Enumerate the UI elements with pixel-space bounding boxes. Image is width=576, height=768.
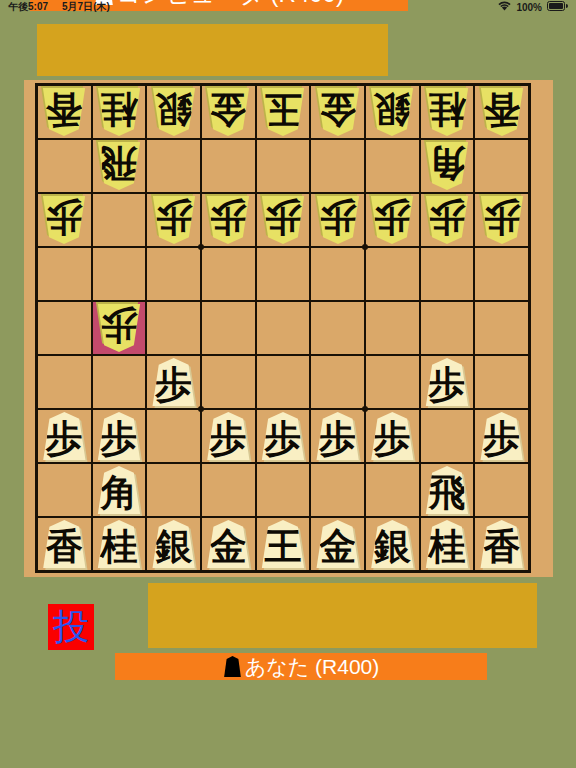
- board-cell-1a[interactable]: 香: [474, 85, 529, 139]
- board-cell-1e[interactable]: [474, 301, 529, 355]
- shogi-piece-sente[interactable]: 桂: [95, 520, 143, 568]
- board-cell-3i[interactable]: 銀: [365, 517, 420, 571]
- board-cell-2f[interactable]: 歩: [420, 355, 475, 409]
- shogi-piece-gote[interactable]: 歩: [150, 196, 198, 244]
- shogi-piece-sente[interactable]: 香: [40, 520, 88, 568]
- board-cell-8i[interactable]: 桂: [92, 517, 147, 571]
- shogi-piece-gote[interactable]: 桂: [423, 88, 471, 136]
- status-time-date: 午後5:075月7日(木): [8, 0, 124, 14]
- board-cell-2d[interactable]: [420, 247, 475, 301]
- shogi-piece-gote[interactable]: 飛: [95, 142, 143, 190]
- board-cell-7i[interactable]: 銀: [146, 517, 201, 571]
- status-time: 午後5:07: [8, 1, 48, 12]
- board-cell-3g[interactable]: 歩: [365, 409, 420, 463]
- shogi-piece-sente[interactable]: 金: [204, 520, 252, 568]
- board-cell-8f[interactable]: [92, 355, 147, 409]
- board-cell-5d[interactable]: [256, 247, 311, 301]
- board-cell-2b[interactable]: 角: [420, 139, 475, 193]
- shogi-piece-gote[interactable]: 香: [40, 88, 88, 136]
- shogi-piece-gote[interactable]: 銀: [150, 88, 198, 136]
- shogi-piece-sente[interactable]: 王: [259, 520, 307, 568]
- board-cell-4i[interactable]: 金: [310, 517, 365, 571]
- board-cell-8c[interactable]: [92, 193, 147, 247]
- shogi-piece-sente[interactable]: 銀: [368, 520, 416, 568]
- board-cell-9f[interactable]: [37, 355, 92, 409]
- board-cell-2g[interactable]: [420, 409, 475, 463]
- shogi-piece-gote[interactable]: 歩: [95, 304, 143, 352]
- board-cell-8h[interactable]: 角: [92, 463, 147, 517]
- board-cell-6g[interactable]: 歩: [201, 409, 256, 463]
- board-cell-6b[interactable]: [201, 139, 256, 193]
- shogi-piece-gote[interactable]: 桂: [95, 88, 143, 136]
- player-banner-label: あなた (R400): [245, 653, 380, 681]
- board-cell-5e[interactable]: [256, 301, 311, 355]
- shogi-board: 香桂銀金玉金銀桂香飛角歩歩歩歩歩歩歩歩歩歩歩歩歩歩歩歩歩歩角飛香桂銀金王金銀桂香: [24, 80, 553, 577]
- shogi-piece-gote[interactable]: 玉: [259, 88, 307, 136]
- board-cell-9e[interactable]: [37, 301, 92, 355]
- board-cell-3f[interactable]: [365, 355, 420, 409]
- shogi-piece-gote[interactable]: 歩: [204, 196, 252, 244]
- board-cell-3e[interactable]: [365, 301, 420, 355]
- board-cell-9b[interactable]: [37, 139, 92, 193]
- board-cell-9g[interactable]: 歩: [37, 409, 92, 463]
- board-cell-5h[interactable]: [256, 463, 311, 517]
- wifi-icon: [498, 1, 511, 13]
- shogi-piece-gote[interactable]: 角: [423, 142, 471, 190]
- shogi-piece-sente[interactable]: 飛: [423, 466, 471, 514]
- board-cell-1f[interactable]: [474, 355, 529, 409]
- player-captured-tray: [148, 583, 537, 648]
- shogi-piece-gote[interactable]: 歩: [423, 196, 471, 244]
- board-cell-7b[interactable]: [146, 139, 201, 193]
- shogi-piece-gote[interactable]: 金: [204, 88, 252, 136]
- board-cell-9a[interactable]: 香: [37, 85, 92, 139]
- board-cell-4f[interactable]: [310, 355, 365, 409]
- board-cell-9h[interactable]: [37, 463, 92, 517]
- board-cell-4g[interactable]: 歩: [310, 409, 365, 463]
- board-cell-2h[interactable]: 飛: [420, 463, 475, 517]
- shogi-piece-sente[interactable]: 角: [95, 466, 143, 514]
- shogi-piece-gote[interactable]: 香: [478, 88, 526, 136]
- shogi-piece-sente[interactable]: 歩: [204, 412, 252, 460]
- board-cell-6d[interactable]: [201, 247, 256, 301]
- shogi-piece-sente[interactable]: 歩: [259, 412, 307, 460]
- shogi-piece-gote[interactable]: 歩: [478, 196, 526, 244]
- board-cell-7e[interactable]: [146, 301, 201, 355]
- board-cell-5a[interactable]: 玉: [256, 85, 311, 139]
- board-cell-8g[interactable]: 歩: [92, 409, 147, 463]
- shogi-piece-gote[interactable]: 歩: [314, 196, 362, 244]
- board-cell-1h[interactable]: [474, 463, 529, 517]
- board-cell-7f[interactable]: 歩: [146, 355, 201, 409]
- opponent-captured-tray: [37, 24, 388, 76]
- board-cell-5i[interactable]: 王: [256, 517, 311, 571]
- board-cell-2c[interactable]: 歩: [420, 193, 475, 247]
- board-cell-3h[interactable]: [365, 463, 420, 517]
- board-cell-6e[interactable]: [201, 301, 256, 355]
- status-date: 5月7日(木): [62, 1, 110, 12]
- board-cell-4a[interactable]: 金: [310, 85, 365, 139]
- board-cell-7h[interactable]: [146, 463, 201, 517]
- shogi-piece-gote[interactable]: 歩: [40, 196, 88, 244]
- board-cell-4e[interactable]: [310, 301, 365, 355]
- board-cell-6h[interactable]: [201, 463, 256, 517]
- shogi-piece-sente[interactable]: 銀: [150, 520, 198, 568]
- battery-percent: 100%: [516, 2, 542, 13]
- board-cell-2i[interactable]: 桂: [420, 517, 475, 571]
- shogi-piece-sente[interactable]: 歩: [95, 412, 143, 460]
- board-cell-2a[interactable]: 桂: [420, 85, 475, 139]
- board-cell-1i[interactable]: 香: [474, 517, 529, 571]
- board-cell-1c[interactable]: 歩: [474, 193, 529, 247]
- board-cell-1d[interactable]: [474, 247, 529, 301]
- shogi-piece-sente[interactable]: 香: [478, 520, 526, 568]
- board-cell-6a[interactable]: 金: [201, 85, 256, 139]
- board-cell-7c[interactable]: 歩: [146, 193, 201, 247]
- board-cell-3a[interactable]: 銀: [365, 85, 420, 139]
- board-cell-9c[interactable]: 歩: [37, 193, 92, 247]
- board-cell-3b[interactable]: [365, 139, 420, 193]
- board-cell-8e[interactable]: 歩: [92, 301, 147, 355]
- board-cell-3d[interactable]: [365, 247, 420, 301]
- shogi-piece-sente[interactable]: 金: [314, 520, 362, 568]
- shogi-piece-sente[interactable]: 歩: [423, 358, 471, 406]
- shogi-piece-sente[interactable]: 歩: [40, 412, 88, 460]
- board-cell-5c[interactable]: 歩: [256, 193, 311, 247]
- board-cell-9i[interactable]: 香: [37, 517, 92, 571]
- board-cell-7g[interactable]: [146, 409, 201, 463]
- shogi-piece-icon: [223, 656, 242, 677]
- board-cell-7d[interactable]: [146, 247, 201, 301]
- board-cell-6i[interactable]: 金: [201, 517, 256, 571]
- shogi-piece-gote[interactable]: 金: [314, 88, 362, 136]
- shogi-piece-sente[interactable]: 歩: [314, 412, 362, 460]
- battery-icon: [547, 1, 568, 13]
- board-cell-2e[interactable]: [420, 301, 475, 355]
- board-cell-8a[interactable]: 桂: [92, 85, 147, 139]
- shogi-piece-gote[interactable]: 歩: [259, 196, 307, 244]
- board-cell-4h[interactable]: [310, 463, 365, 517]
- board-cell-6c[interactable]: 歩: [201, 193, 256, 247]
- board-cell-9d[interactable]: [37, 247, 92, 301]
- resign-button[interactable]: 投: [48, 604, 94, 650]
- board-cell-8d[interactable]: [92, 247, 147, 301]
- board-cell-4c[interactable]: 歩: [310, 193, 365, 247]
- player-banner: あなた (R400): [115, 653, 487, 680]
- shogi-piece-sente[interactable]: 歩: [478, 412, 526, 460]
- shogi-piece-sente[interactable]: 桂: [423, 520, 471, 568]
- board-cell-6f[interactable]: [201, 355, 256, 409]
- shogi-board-grid: 香桂銀金玉金銀桂香飛角歩歩歩歩歩歩歩歩歩歩歩歩歩歩歩歩歩歩角飛香桂銀金王金銀桂香: [35, 83, 531, 573]
- status-bar: 午後5:075月7日(木) 100%: [0, 0, 576, 14]
- board-cell-1b[interactable]: [474, 139, 529, 193]
- shogi-piece-sente[interactable]: 歩: [150, 358, 198, 406]
- board-cell-5b[interactable]: [256, 139, 311, 193]
- board-cell-5f[interactable]: [256, 355, 311, 409]
- board-cell-4d[interactable]: [310, 247, 365, 301]
- shogi-piece-gote[interactable]: 銀: [368, 88, 416, 136]
- board-cell-7a[interactable]: 銀: [146, 85, 201, 139]
- shogi-piece-sente[interactable]: 歩: [368, 412, 416, 460]
- board-cell-3c[interactable]: 歩: [365, 193, 420, 247]
- shogi-piece-gote[interactable]: 歩: [368, 196, 416, 244]
- board-cell-5g[interactable]: 歩: [256, 409, 311, 463]
- board-cell-1g[interactable]: 歩: [474, 409, 529, 463]
- board-cell-8b[interactable]: 飛: [92, 139, 147, 193]
- board-cell-4b[interactable]: [310, 139, 365, 193]
